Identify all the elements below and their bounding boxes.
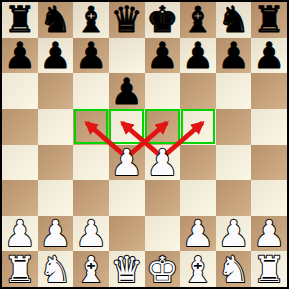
square-e6[interactable]: [145, 73, 181, 109]
square-a3[interactable]: [2, 180, 38, 216]
square-d2[interactable]: [109, 216, 145, 252]
square-f6[interactable]: [180, 73, 216, 109]
chess-board: ♜♞♝♛♚♝♞♜♟♟♟♟♟♟♟♟♟♟♟♟♟♟♟♟♜♞♝♛♚♝♞♜: [0, 0, 289, 289]
square-b5[interactable]: [38, 109, 74, 145]
square-f4[interactable]: [180, 145, 216, 181]
square-h6[interactable]: [251, 73, 287, 109]
piece-black-queen-d8[interactable]: ♛: [111, 2, 143, 40]
piece-black-pawn-f7[interactable]: ♟: [182, 35, 214, 76]
piece-white-rook-h1[interactable]: ♜: [253, 249, 285, 287]
square-g5[interactable]: [216, 109, 252, 145]
square-h4[interactable]: [251, 145, 287, 181]
highlight-square-e5: [145, 109, 180, 144]
square-g6[interactable]: [216, 73, 252, 109]
square-c6[interactable]: [73, 73, 109, 109]
piece-black-pawn-d6[interactable]: ♟: [111, 71, 143, 112]
square-g4[interactable]: [216, 145, 252, 181]
piece-white-knight-g1[interactable]: ♞: [217, 249, 249, 287]
piece-black-pawn-b7[interactable]: ♟: [39, 35, 71, 76]
highlight-square-d5: [109, 109, 144, 144]
piece-white-rook-a1[interactable]: ♜: [4, 249, 36, 287]
square-e2[interactable]: [145, 216, 181, 252]
piece-black-pawn-c7[interactable]: ♟: [75, 35, 107, 76]
square-g3[interactable]: [216, 180, 252, 216]
square-f3[interactable]: [180, 180, 216, 216]
piece-white-bishop-c1[interactable]: ♝: [75, 249, 107, 287]
square-b6[interactable]: [38, 73, 74, 109]
piece-white-knight-b1[interactable]: ♞: [39, 249, 71, 287]
square-f5[interactable]: [180, 109, 216, 145]
highlight-square-f5: [181, 109, 216, 144]
square-h3[interactable]: [251, 180, 287, 216]
square-c3[interactable]: [73, 180, 109, 216]
piece-black-pawn-h7[interactable]: ♟: [253, 35, 285, 76]
square-e3[interactable]: [145, 180, 181, 216]
square-d3[interactable]: [109, 180, 145, 216]
piece-black-pawn-g7[interactable]: ♟: [217, 35, 249, 76]
square-b4[interactable]: [38, 145, 74, 181]
piece-black-pawn-a7[interactable]: ♟: [4, 35, 36, 76]
highlight-square-c5: [74, 109, 109, 144]
piece-white-queen-d1[interactable]: ♛: [111, 249, 143, 287]
square-c5[interactable]: [73, 109, 109, 145]
piece-white-pawn-d4[interactable]: ♟: [111, 142, 143, 183]
square-h5[interactable]: [251, 109, 287, 145]
piece-white-bishop-f1[interactable]: ♝: [182, 249, 214, 287]
square-a5[interactable]: [2, 109, 38, 145]
square-a4[interactable]: [2, 145, 38, 181]
square-c4[interactable]: [73, 145, 109, 181]
piece-black-pawn-e7[interactable]: ♟: [146, 35, 178, 76]
piece-white-king-e1[interactable]: ♚: [146, 249, 178, 287]
square-d7[interactable]: [109, 38, 145, 74]
square-a6[interactable]: [2, 73, 38, 109]
square-b3[interactable]: [38, 180, 74, 216]
square-e5[interactable]: [145, 109, 181, 145]
square-d5[interactable]: [109, 109, 145, 145]
piece-white-pawn-e4[interactable]: ♟: [146, 142, 178, 183]
